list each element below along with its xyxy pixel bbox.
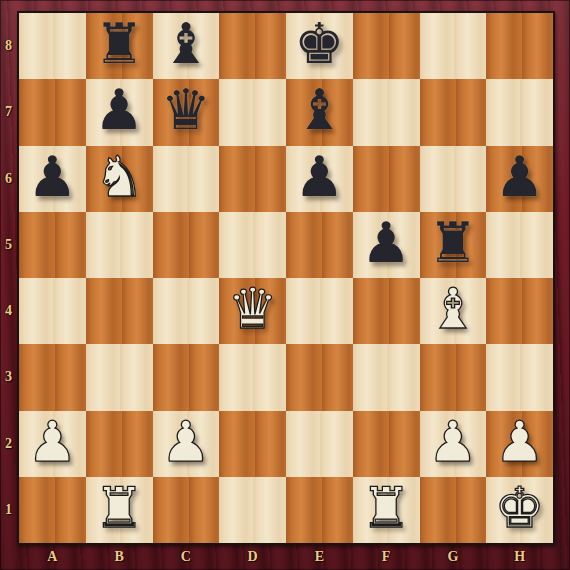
square-c3[interactable] — [153, 344, 220, 410]
rank-label-5: 5 — [0, 212, 17, 278]
black-bishop-e7[interactable]: ♝ — [294, 82, 344, 138]
square-c7[interactable]: ♛ — [153, 79, 220, 145]
rank-label-6: 6 — [0, 146, 17, 212]
file-label-h: H — [486, 543, 553, 570]
square-h1[interactable]: ♚ — [486, 477, 553, 543]
square-d6[interactable] — [219, 146, 286, 212]
square-b5[interactable] — [86, 212, 153, 278]
file-label-d: D — [219, 543, 286, 570]
square-a8[interactable] — [19, 13, 86, 79]
square-g8[interactable] — [420, 13, 487, 79]
square-b8[interactable]: ♜ — [86, 13, 153, 79]
square-h5[interactable] — [486, 212, 553, 278]
rank-label-3: 3 — [0, 344, 17, 410]
black-pawn-b7[interactable]: ♟ — [94, 82, 144, 138]
square-h8[interactable] — [486, 13, 553, 79]
file-label-e: E — [286, 543, 353, 570]
white-queen-d4[interactable]: ♛ — [228, 281, 278, 337]
square-f4[interactable] — [353, 278, 420, 344]
square-d5[interactable] — [219, 212, 286, 278]
square-b1[interactable]: ♜ — [86, 477, 153, 543]
square-e4[interactable] — [286, 278, 353, 344]
square-c1[interactable] — [153, 477, 220, 543]
white-rook-b1[interactable]: ♜ — [94, 480, 144, 536]
file-label-g: G — [420, 543, 487, 570]
square-d3[interactable] — [219, 344, 286, 410]
square-g1[interactable] — [420, 477, 487, 543]
square-c5[interactable] — [153, 212, 220, 278]
file-label-f: F — [353, 543, 420, 570]
square-b4[interactable] — [86, 278, 153, 344]
black-pawn-f5[interactable]: ♟ — [361, 215, 411, 271]
square-d1[interactable] — [219, 477, 286, 543]
white-bishop-g4[interactable]: ♝ — [428, 281, 478, 337]
square-c6[interactable] — [153, 146, 220, 212]
black-pawn-e6[interactable]: ♟ — [294, 149, 344, 205]
square-b2[interactable] — [86, 411, 153, 477]
square-a1[interactable] — [19, 477, 86, 543]
file-label-b: B — [86, 543, 153, 570]
file-labels: ABCDEFGH — [19, 543, 553, 570]
square-a4[interactable] — [19, 278, 86, 344]
square-e5[interactable] — [286, 212, 353, 278]
white-rook-f1[interactable]: ♜ — [361, 480, 411, 536]
square-e8[interactable]: ♚ — [286, 13, 353, 79]
square-b6[interactable]: ♞ — [86, 146, 153, 212]
square-a3[interactable] — [19, 344, 86, 410]
square-e7[interactable]: ♝ — [286, 79, 353, 145]
square-a2[interactable]: ♟ — [19, 411, 86, 477]
square-f6[interactable] — [353, 146, 420, 212]
square-a5[interactable] — [19, 212, 86, 278]
square-a7[interactable] — [19, 79, 86, 145]
black-rook-g5[interactable]: ♜ — [428, 215, 478, 271]
black-rook-b8[interactable]: ♜ — [94, 16, 144, 72]
white-pawn-g2[interactable]: ♟ — [428, 414, 478, 470]
white-pawn-h2[interactable]: ♟ — [495, 414, 545, 470]
square-f5[interactable]: ♟ — [353, 212, 420, 278]
square-e1[interactable] — [286, 477, 353, 543]
square-e3[interactable] — [286, 344, 353, 410]
file-label-a: A — [19, 543, 86, 570]
square-h7[interactable] — [486, 79, 553, 145]
rank-label-4: 4 — [0, 278, 17, 344]
rank-labels: 87654321 — [0, 13, 17, 543]
square-g5[interactable]: ♜ — [420, 212, 487, 278]
square-g3[interactable] — [420, 344, 487, 410]
file-label-c: C — [153, 543, 220, 570]
white-knight-b6[interactable]: ♞ — [94, 149, 144, 205]
square-c4[interactable] — [153, 278, 220, 344]
board-frame: 87654321 ♜♝♚♟♛♝♟♞♟♟♟♜♛♝♟♟♟♟♜♜♚ ABCDEFGH — [0, 0, 570, 570]
white-pawn-a2[interactable]: ♟ — [27, 414, 77, 470]
square-e6[interactable]: ♟ — [286, 146, 353, 212]
square-d8[interactable] — [219, 13, 286, 79]
square-g4[interactable]: ♝ — [420, 278, 487, 344]
rank-label-7: 7 — [0, 79, 17, 145]
square-e2[interactable] — [286, 411, 353, 477]
rank-label-8: 8 — [0, 13, 17, 79]
square-c8[interactable]: ♝ — [153, 13, 220, 79]
black-pawn-a6[interactable]: ♟ — [27, 149, 77, 205]
white-pawn-c2[interactable]: ♟ — [161, 414, 211, 470]
square-g7[interactable] — [420, 79, 487, 145]
square-h6[interactable]: ♟ — [486, 146, 553, 212]
square-a6[interactable]: ♟ — [19, 146, 86, 212]
black-bishop-c8[interactable]: ♝ — [161, 16, 211, 72]
square-f2[interactable] — [353, 411, 420, 477]
square-b3[interactable] — [86, 344, 153, 410]
square-f1[interactable]: ♜ — [353, 477, 420, 543]
black-pawn-h6[interactable]: ♟ — [495, 149, 545, 205]
black-king-e8[interactable]: ♚ — [294, 16, 344, 72]
chess-board: ♜♝♚♟♛♝♟♞♟♟♟♜♛♝♟♟♟♟♜♜♚ — [17, 11, 555, 545]
black-queen-c7[interactable]: ♛ — [161, 82, 211, 138]
white-king-h1[interactable]: ♚ — [495, 480, 545, 536]
square-c2[interactable]: ♟ — [153, 411, 220, 477]
rank-label-2: 2 — [0, 411, 17, 477]
square-d2[interactable] — [219, 411, 286, 477]
square-d7[interactable] — [219, 79, 286, 145]
square-f8[interactable] — [353, 13, 420, 79]
rank-label-1: 1 — [0, 477, 17, 543]
square-h3[interactable] — [486, 344, 553, 410]
square-d4[interactable]: ♛ — [219, 278, 286, 344]
square-g6[interactable] — [420, 146, 487, 212]
square-b7[interactable]: ♟ — [86, 79, 153, 145]
square-f3[interactable] — [353, 344, 420, 410]
square-h4[interactable] — [486, 278, 553, 344]
square-f7[interactable] — [353, 79, 420, 145]
square-h2[interactable]: ♟ — [486, 411, 553, 477]
square-g2[interactable]: ♟ — [420, 411, 487, 477]
